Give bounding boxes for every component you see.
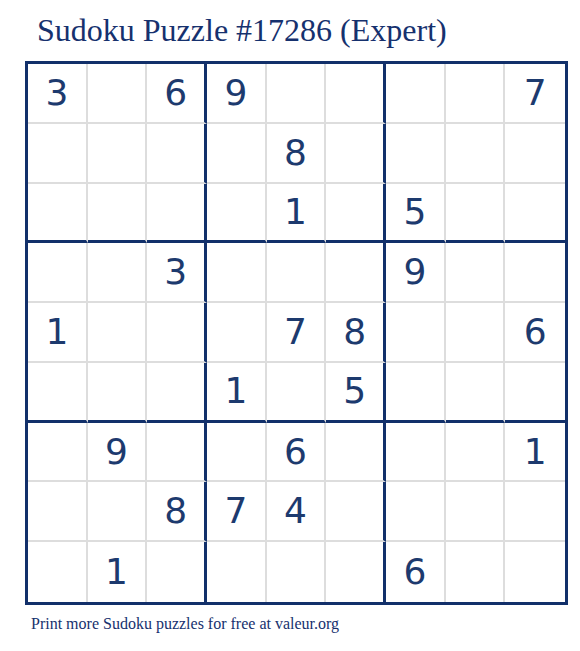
sudoku-cell: 8 bbox=[326, 303, 386, 363]
sudoku-cell: 3 bbox=[147, 243, 207, 303]
sudoku-cell bbox=[88, 124, 148, 184]
sudoku-cell bbox=[147, 184, 207, 244]
sudoku-cell: 6 bbox=[386, 542, 446, 602]
sudoku-cell bbox=[505, 363, 565, 423]
sudoku-cell bbox=[386, 423, 446, 483]
sudoku-cell bbox=[28, 482, 88, 542]
sudoku-cell: 8 bbox=[147, 482, 207, 542]
sudoku-cell: 9 bbox=[88, 423, 148, 483]
sudoku-cell bbox=[446, 124, 506, 184]
sudoku-cell bbox=[28, 184, 88, 244]
sudoku-cell bbox=[386, 482, 446, 542]
sudoku-cell bbox=[386, 124, 446, 184]
sudoku-cell: 1 bbox=[28, 303, 88, 363]
sudoku-cell: 5 bbox=[386, 184, 446, 244]
sudoku-cell: 4 bbox=[267, 482, 327, 542]
sudoku-cell bbox=[446, 482, 506, 542]
sudoku-cell bbox=[446, 243, 506, 303]
sudoku-cell bbox=[267, 64, 327, 124]
sudoku-cell bbox=[326, 64, 386, 124]
sudoku-cell bbox=[207, 423, 267, 483]
sudoku-cell bbox=[505, 542, 565, 602]
sudoku-cell: 6 bbox=[147, 64, 207, 124]
sudoku-cell: 7 bbox=[207, 482, 267, 542]
sudoku-cell bbox=[28, 124, 88, 184]
sudoku-page: Sudoku Puzzle #17286 (Expert) 3697815391… bbox=[0, 0, 580, 651]
sudoku-cell bbox=[386, 64, 446, 124]
sudoku-cell bbox=[88, 303, 148, 363]
sudoku-cell: 3 bbox=[28, 64, 88, 124]
sudoku-cell bbox=[207, 184, 267, 244]
sudoku-cell bbox=[505, 243, 565, 303]
sudoku-cell bbox=[326, 423, 386, 483]
sudoku-cell bbox=[207, 124, 267, 184]
sudoku-cell bbox=[147, 542, 207, 602]
sudoku-cell bbox=[207, 243, 267, 303]
sudoku-cell bbox=[207, 303, 267, 363]
sudoku-cell bbox=[326, 482, 386, 542]
sudoku-cell bbox=[88, 363, 148, 423]
sudoku-cell bbox=[88, 184, 148, 244]
sudoku-cell bbox=[28, 363, 88, 423]
sudoku-cell bbox=[446, 64, 506, 124]
sudoku-cell bbox=[147, 124, 207, 184]
sudoku-cell bbox=[446, 542, 506, 602]
sudoku-cell: 8 bbox=[267, 124, 327, 184]
page-title: Sudoku Puzzle #17286 (Expert) bbox=[37, 11, 447, 49]
sudoku-cell bbox=[88, 64, 148, 124]
sudoku-cell bbox=[28, 243, 88, 303]
sudoku-cell bbox=[147, 303, 207, 363]
sudoku-cell bbox=[446, 303, 506, 363]
sudoku-cell bbox=[147, 363, 207, 423]
sudoku-cell: 1 bbox=[267, 184, 327, 244]
sudoku-cell bbox=[207, 542, 267, 602]
sudoku-cell bbox=[267, 363, 327, 423]
sudoku-cell: 9 bbox=[386, 243, 446, 303]
sudoku-cell: 1 bbox=[505, 423, 565, 483]
sudoku-cell bbox=[326, 124, 386, 184]
sudoku-cell bbox=[386, 303, 446, 363]
sudoku-cell bbox=[28, 423, 88, 483]
sudoku-cell: 9 bbox=[207, 64, 267, 124]
sudoku-cell bbox=[326, 243, 386, 303]
sudoku-cell bbox=[446, 363, 506, 423]
sudoku-cell bbox=[446, 184, 506, 244]
sudoku-cell: 1 bbox=[88, 542, 148, 602]
footer-text: Print more Sudoku puzzles for free at va… bbox=[31, 613, 339, 635]
sudoku-cell bbox=[326, 184, 386, 244]
sudoku-cell bbox=[505, 124, 565, 184]
sudoku-cell bbox=[326, 542, 386, 602]
sudoku-cell bbox=[267, 243, 327, 303]
sudoku-cell bbox=[505, 184, 565, 244]
sudoku-cell bbox=[446, 423, 506, 483]
sudoku-board: 36978153917861596187416 bbox=[25, 61, 568, 605]
sudoku-cell bbox=[147, 423, 207, 483]
sudoku-cell bbox=[88, 482, 148, 542]
sudoku-cell: 1 bbox=[207, 363, 267, 423]
sudoku-cell bbox=[28, 542, 88, 602]
sudoku-cell: 7 bbox=[505, 64, 565, 124]
sudoku-cell bbox=[505, 482, 565, 542]
sudoku-cell: 7 bbox=[267, 303, 327, 363]
sudoku-cell bbox=[88, 243, 148, 303]
sudoku-cell: 5 bbox=[326, 363, 386, 423]
sudoku-cell: 6 bbox=[267, 423, 327, 483]
sudoku-cell bbox=[267, 542, 327, 602]
sudoku-cell bbox=[386, 363, 446, 423]
sudoku-cell: 6 bbox=[505, 303, 565, 363]
